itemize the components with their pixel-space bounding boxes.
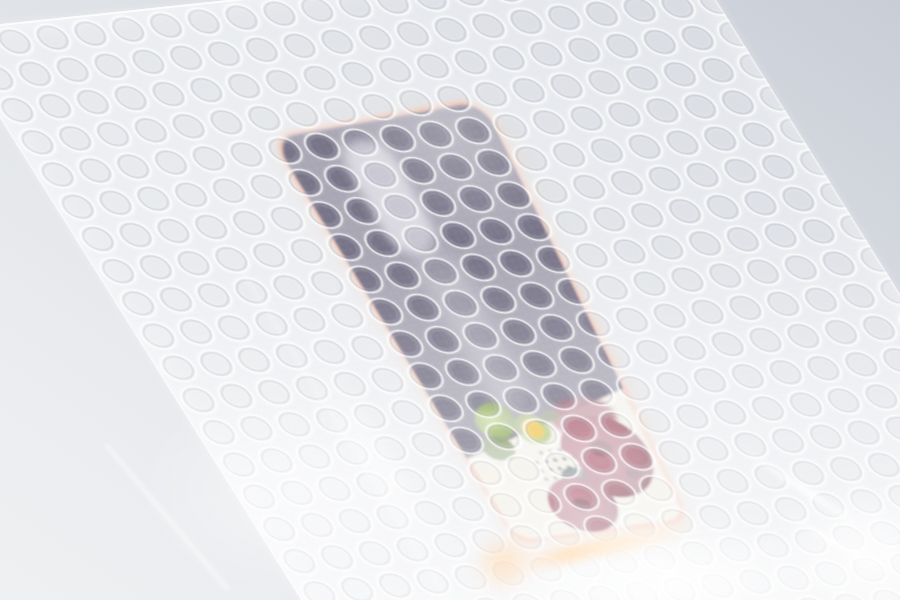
photo-scene [0, 0, 900, 600]
plastic-fold-highlight [104, 443, 229, 591]
bubble-wrap-sheet [0, 0, 900, 600]
